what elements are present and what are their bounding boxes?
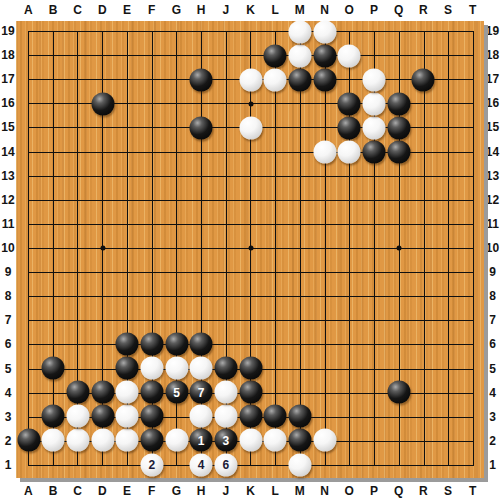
column-label: O: [337, 0, 362, 19]
row-label: 8: [0, 284, 16, 308]
column-label: H: [189, 482, 214, 500]
row-label: 10: [0, 236, 16, 260]
stone-white-F5: [140, 357, 163, 380]
stone-white-M18: [288, 44, 311, 67]
stone-white-M19: [288, 20, 311, 43]
column-label: A: [16, 0, 41, 19]
stone-black-L3: [264, 405, 287, 428]
stone-white-K17: [239, 68, 262, 91]
row-label: 1: [485, 453, 500, 477]
column-label: L: [263, 482, 288, 500]
stone-black-R17: [412, 68, 435, 91]
stone-black-D4: [91, 381, 114, 404]
column-label: F: [139, 0, 164, 19]
stone-white-C3: [66, 405, 89, 428]
stone-white-H5: [190, 357, 213, 380]
column-label: O: [337, 482, 362, 500]
stone-white-K2: [239, 429, 262, 452]
stone-white-P16: [362, 92, 385, 115]
stone-black-K5: [239, 357, 262, 380]
column-label: E: [115, 0, 140, 19]
stone-black-Q14: [387, 140, 410, 163]
row-label: 2: [485, 429, 500, 453]
row-label: 5: [485, 356, 500, 380]
stone-white-P17: [362, 68, 385, 91]
column-label: M: [288, 482, 313, 500]
row-label: 7: [485, 308, 500, 332]
stone-white-O14: [338, 140, 361, 163]
row-label: 15: [0, 115, 16, 139]
stones-layer: 5173246: [28, 31, 473, 465]
stone-black-F3: [140, 405, 163, 428]
stone-black-A2: [17, 429, 40, 452]
stone-black-F4: [140, 381, 163, 404]
stone-white-N19: [313, 20, 336, 43]
column-label: P: [362, 0, 387, 19]
column-label: R: [411, 0, 436, 19]
row-label: 2: [0, 429, 16, 453]
stone-black-B3: [42, 405, 65, 428]
stone-black-L18: [264, 44, 287, 67]
row-label: 19: [0, 19, 16, 43]
stone-white-J4: [214, 381, 237, 404]
stone-white-E4: [116, 381, 139, 404]
column-label: H: [189, 0, 214, 19]
stone-black-Q4: [387, 381, 410, 404]
column-label: K: [238, 482, 263, 500]
row-label: 12: [485, 188, 500, 212]
stone-black-H4: 7: [190, 381, 213, 404]
stone-white-H3: [190, 405, 213, 428]
stone-white-J1: 6: [214, 453, 237, 476]
stone-black-K4: [239, 381, 262, 404]
column-label: N: [312, 0, 337, 19]
row-label: 3: [0, 405, 16, 429]
stone-white-K15: [239, 116, 262, 139]
row-label: 14: [0, 140, 16, 164]
column-label: G: [164, 0, 189, 19]
stone-black-H15: [190, 116, 213, 139]
stone-white-M1: [288, 453, 311, 476]
row-label: 8: [485, 284, 500, 308]
row-label: 15: [485, 115, 500, 139]
stone-black-F2: [140, 429, 163, 452]
row-label: 16: [485, 91, 500, 115]
stone-black-H6: [190, 333, 213, 356]
column-label: B: [41, 482, 66, 500]
stone-black-D3: [91, 405, 114, 428]
stone-black-F6: [140, 333, 163, 356]
row-label: 18: [0, 43, 16, 67]
column-label: B: [41, 0, 66, 19]
row-label: 12: [0, 188, 16, 212]
stone-white-H1: 4: [190, 453, 213, 476]
stone-black-N18: [313, 44, 336, 67]
stone-black-O16: [338, 92, 361, 115]
stone-black-N17: [313, 68, 336, 91]
stone-black-O15: [338, 116, 361, 139]
column-label: T: [460, 482, 485, 500]
row-label: 4: [485, 381, 500, 405]
stone-black-Q16: [387, 92, 410, 115]
row-label: 6: [485, 332, 500, 356]
row-label: 3: [485, 405, 500, 429]
stone-black-H17: [190, 68, 213, 91]
row-label: 10: [485, 236, 500, 260]
stone-black-D16: [91, 92, 114, 115]
column-label: Q: [386, 482, 411, 500]
column-label: T: [460, 0, 485, 19]
stone-black-H2: 1: [190, 429, 213, 452]
stone-black-E5: [116, 357, 139, 380]
row-label: 9: [485, 260, 500, 284]
stone-black-G4: 5: [165, 381, 188, 404]
column-label: A: [16, 482, 41, 500]
stone-black-P14: [362, 140, 385, 163]
row-label: 14: [485, 140, 500, 164]
stone-white-B2: [42, 429, 65, 452]
row-label: 1: [0, 453, 16, 477]
column-label: K: [238, 0, 263, 19]
column-label: P: [362, 482, 387, 500]
stone-white-L2: [264, 429, 287, 452]
stone-black-C4: [66, 381, 89, 404]
row-label: 18: [485, 43, 500, 67]
stone-white-G5: [165, 357, 188, 380]
stone-black-J2: 3: [214, 429, 237, 452]
stone-white-N14: [313, 140, 336, 163]
stone-black-K3: [239, 405, 262, 428]
row-label: 11: [485, 212, 500, 236]
column-label: F: [139, 482, 164, 500]
stone-white-L17: [264, 68, 287, 91]
row-label: 7: [0, 308, 16, 332]
row-label: 5: [0, 356, 16, 380]
row-label: 17: [0, 67, 16, 91]
column-label: S: [436, 0, 461, 19]
stone-black-M17: [288, 68, 311, 91]
stone-white-G2: [165, 429, 188, 452]
stone-white-D2: [91, 429, 114, 452]
column-label: C: [65, 482, 90, 500]
row-label: 4: [0, 381, 16, 405]
column-label: M: [288, 0, 313, 19]
column-label: N: [312, 482, 337, 500]
stone-black-M3: [288, 405, 311, 428]
column-label: S: [436, 482, 461, 500]
stone-black-Q15: [387, 116, 410, 139]
column-labels-bottom: ABCDEFGHJKLMNOPQRST: [16, 482, 485, 500]
stone-black-E6: [116, 333, 139, 356]
stone-black-B5: [42, 357, 65, 380]
column-labels-top: ABCDEFGHJKLMNOPQRST: [16, 0, 485, 19]
go-board[interactable]: 5173246: [16, 21, 484, 478]
column-label: L: [263, 0, 288, 19]
column-label: D: [90, 0, 115, 19]
stone-white-J3: [214, 405, 237, 428]
column-label: J: [213, 482, 238, 500]
stone-white-O18: [338, 44, 361, 67]
stone-white-C2: [66, 429, 89, 452]
stone-black-J5: [214, 357, 237, 380]
row-label: 13: [0, 164, 16, 188]
stone-black-M2: [288, 429, 311, 452]
row-label: 6: [0, 332, 16, 356]
column-label: R: [411, 482, 436, 500]
row-label: 17: [485, 67, 500, 91]
column-label: D: [90, 482, 115, 500]
stone-white-N2: [313, 429, 336, 452]
column-label: Q: [386, 0, 411, 19]
stone-white-E2: [116, 429, 139, 452]
column-label: G: [164, 482, 189, 500]
column-label: C: [65, 0, 90, 19]
stone-white-F1: 2: [140, 453, 163, 476]
column-label: J: [213, 0, 238, 19]
stone-white-P15: [362, 116, 385, 139]
row-label: 9: [0, 260, 16, 284]
row-label: 19: [485, 19, 500, 43]
stone-white-E3: [116, 405, 139, 428]
row-label: 11: [0, 212, 16, 236]
row-labels-right: 19181716151413121110987654321: [485, 19, 500, 477]
column-label: E: [115, 482, 140, 500]
stone-black-G6: [165, 333, 188, 356]
row-label: 13: [485, 164, 500, 188]
row-labels-left: 19181716151413121110987654321: [0, 19, 16, 477]
row-label: 16: [0, 91, 16, 115]
